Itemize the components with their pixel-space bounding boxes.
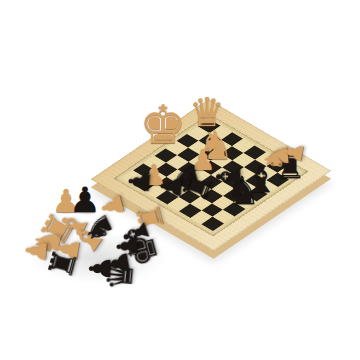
black-pawn: ♟ [157, 172, 187, 202]
black-bishop: ♝ [211, 159, 245, 193]
chess-set-photo: ♚♞♟♟♞♝♜♞♜♟♝♛♟♞♟♟♜♟♟♜♝♞♟♝♟♚♛♜♞♟♟♝♟ [0, 0, 360, 360]
pieces-layer: ♚♞♟♟♞♝♜♞♜♟♝♛♟♞♟♟♜♟♟♜♝♞♟♝♟♚♛♜♞♟♟♝♟ [0, 0, 360, 360]
wood-king: ♚ [137, 98, 190, 151]
black-pawn: ♟ [125, 167, 155, 197]
wood-queen: ♛ [187, 92, 227, 132]
wood-pawn: ♟ [279, 138, 308, 167]
black-pawn: ♟ [113, 231, 143, 261]
